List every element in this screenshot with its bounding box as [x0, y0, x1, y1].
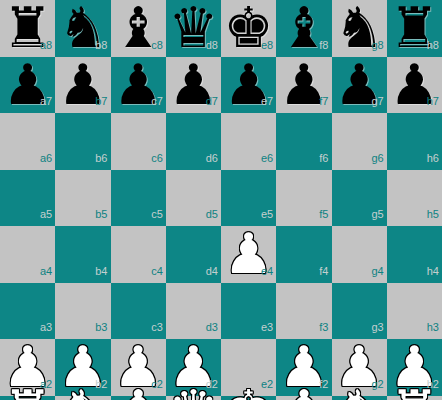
white-pawn-icon[interactable]: ♟: [224, 226, 274, 283]
black-pawn-icon[interactable]: ♟: [113, 57, 163, 114]
black-bishop-icon[interactable]: ♝: [113, 0, 163, 57]
square-d8[interactable]: ♛d8: [166, 0, 221, 57]
square-e4[interactable]: ♟e4: [221, 226, 276, 283]
white-knight-icon[interactable]: ♞: [334, 383, 384, 400]
square-c6[interactable]: c6: [111, 113, 166, 170]
square-c4[interactable]: c4: [111, 226, 166, 283]
coordinate-label-b3: b3: [95, 322, 107, 333]
square-h6[interactable]: h6: [387, 113, 442, 170]
coordinate-label-e3: e3: [261, 322, 273, 333]
coordinate-label-f6: f6: [319, 153, 328, 164]
square-b3[interactable]: b3: [55, 283, 110, 340]
coordinate-label-a3: a3: [40, 322, 52, 333]
coordinate-label-h3: h3: [427, 322, 439, 333]
coordinate-label-c4: c4: [151, 266, 163, 277]
black-pawn-icon[interactable]: ♟: [168, 57, 218, 114]
black-pawn-icon[interactable]: ♟: [58, 57, 108, 114]
square-a3[interactable]: a3: [0, 283, 55, 340]
square-h8[interactable]: ♜h8: [387, 0, 442, 57]
square-h4[interactable]: h4: [387, 226, 442, 283]
coordinate-label-c3: c3: [151, 322, 163, 333]
coordinate-label-c6: c6: [151, 153, 163, 164]
black-pawn-icon[interactable]: ♟: [279, 57, 329, 114]
square-g6[interactable]: g6: [332, 113, 387, 170]
square-f3[interactable]: f3: [276, 283, 331, 340]
coordinate-label-f3: f3: [319, 322, 328, 333]
square-a4[interactable]: a4: [0, 226, 55, 283]
square-e8[interactable]: ♚e8: [221, 0, 276, 57]
square-b5[interactable]: b5: [55, 170, 110, 227]
black-pawn-icon[interactable]: ♟: [3, 57, 53, 114]
white-rook-icon[interactable]: ♜: [389, 383, 439, 400]
coordinate-label-e5: e5: [261, 209, 273, 220]
coordinate-label-h6: h6: [427, 153, 439, 164]
white-bishop-icon[interactable]: ♝: [113, 383, 163, 400]
coordinate-label-g3: g3: [372, 322, 384, 333]
square-a1[interactable]: ♜a1: [0, 396, 55, 400]
coordinate-label-g6: g6: [372, 153, 384, 164]
square-e7[interactable]: ♟e7: [221, 57, 276, 114]
coordinate-label-b5: b5: [95, 209, 107, 220]
black-rook-icon[interactable]: ♜: [389, 0, 439, 57]
black-pawn-icon[interactable]: ♟: [224, 57, 274, 114]
square-h7[interactable]: ♟h7: [387, 57, 442, 114]
square-h5[interactable]: h5: [387, 170, 442, 227]
coordinate-label-a6: a6: [40, 153, 52, 164]
square-b8[interactable]: ♞b8: [55, 0, 110, 57]
square-e3[interactable]: e3: [221, 283, 276, 340]
black-bishop-icon[interactable]: ♝: [279, 0, 329, 57]
white-king-icon[interactable]: ♚: [224, 383, 274, 400]
coordinate-label-d3: d3: [206, 322, 218, 333]
square-a6[interactable]: a6: [0, 113, 55, 170]
square-g5[interactable]: g5: [332, 170, 387, 227]
black-queen-icon[interactable]: ♛: [168, 0, 218, 57]
white-queen-icon[interactable]: ♛: [168, 383, 218, 400]
coordinate-label-d5: d5: [206, 209, 218, 220]
black-pawn-icon[interactable]: ♟: [334, 57, 384, 114]
square-d6[interactable]: d6: [166, 113, 221, 170]
square-f6[interactable]: f6: [276, 113, 331, 170]
coordinate-label-a5: a5: [40, 209, 52, 220]
coordinate-label-g5: g5: [372, 209, 384, 220]
square-d5[interactable]: d5: [166, 170, 221, 227]
white-rook-icon[interactable]: ♜: [3, 383, 53, 400]
black-pawn-icon[interactable]: ♟: [389, 57, 439, 114]
square-c5[interactable]: c5: [111, 170, 166, 227]
coordinate-label-d4: d4: [206, 266, 218, 277]
square-g7[interactable]: ♟g7: [332, 57, 387, 114]
square-a7[interactable]: ♟a7: [0, 57, 55, 114]
coordinate-label-h5: h5: [427, 209, 439, 220]
coordinate-label-c5: c5: [151, 209, 163, 220]
coordinate-label-f5: f5: [319, 209, 328, 220]
square-f7[interactable]: ♟f7: [276, 57, 331, 114]
white-knight-icon[interactable]: ♞: [58, 383, 108, 400]
square-h3[interactable]: h3: [387, 283, 442, 340]
square-a5[interactable]: a5: [0, 170, 55, 227]
square-f4[interactable]: f4: [276, 226, 331, 283]
square-h1[interactable]: ♜h1: [387, 396, 442, 400]
coordinate-label-b4: b4: [95, 266, 107, 277]
coordinate-label-h4: h4: [427, 266, 439, 277]
square-g1[interactable]: ♞g1: [332, 396, 387, 400]
square-e6[interactable]: e6: [221, 113, 276, 170]
black-rook-icon[interactable]: ♜: [3, 0, 53, 57]
square-g8[interactable]: ♞g8: [332, 0, 387, 57]
square-g4[interactable]: g4: [332, 226, 387, 283]
square-c1[interactable]: ♝c1: [111, 396, 166, 400]
black-knight-icon[interactable]: ♞: [334, 0, 384, 57]
chess-board: ♜a8♞b8♝c8♛d8♚e8♝f8♞g8♜h8♟a7♟b7♟c7♟d7♟e7♟…: [0, 0, 442, 400]
square-b4[interactable]: b4: [55, 226, 110, 283]
square-c3[interactable]: c3: [111, 283, 166, 340]
coordinate-label-g4: g4: [372, 266, 384, 277]
black-knight-icon[interactable]: ♞: [58, 0, 108, 57]
coordinate-label-f4: f4: [319, 266, 328, 277]
coordinate-label-a4: a4: [40, 266, 52, 277]
square-d7[interactable]: ♟d7: [166, 57, 221, 114]
coordinate-label-b6: b6: [95, 153, 107, 164]
square-d4[interactable]: d4: [166, 226, 221, 283]
square-a8[interactable]: ♜a8: [0, 0, 55, 57]
square-b1[interactable]: ♞b1: [55, 396, 110, 400]
square-d3[interactable]: d3: [166, 283, 221, 340]
square-b7[interactable]: ♟b7: [55, 57, 110, 114]
white-bishop-icon[interactable]: ♝: [279, 383, 329, 400]
square-e1[interactable]: ♚e1: [221, 396, 276, 400]
coordinate-label-d6: d6: [206, 153, 218, 164]
square-f1[interactable]: ♝f1: [276, 396, 331, 400]
square-d1[interactable]: ♛d1: [166, 396, 221, 400]
square-e5[interactable]: e5: [221, 170, 276, 227]
square-c7[interactable]: ♟c7: [111, 57, 166, 114]
square-c8[interactable]: ♝c8: [111, 0, 166, 57]
square-g3[interactable]: g3: [332, 283, 387, 340]
square-f5[interactable]: f5: [276, 170, 331, 227]
square-b6[interactable]: b6: [55, 113, 110, 170]
square-f8[interactable]: ♝f8: [276, 0, 331, 57]
coordinate-label-e6: e6: [261, 153, 273, 164]
black-king-icon[interactable]: ♚: [224, 0, 274, 57]
